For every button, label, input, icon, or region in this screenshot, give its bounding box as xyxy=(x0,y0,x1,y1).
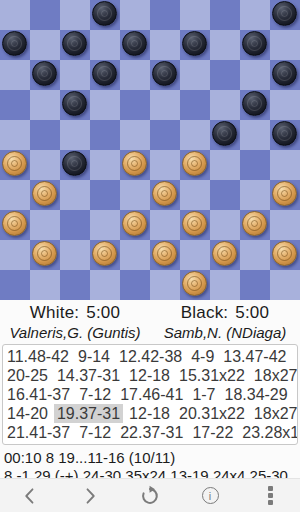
light-square xyxy=(120,0,150,30)
light-square xyxy=(210,210,240,240)
move-token[interactable]: 14.37-31 xyxy=(57,366,120,385)
square-19[interactable] xyxy=(180,90,210,120)
light-square xyxy=(150,150,180,180)
black-clock: 5:00 xyxy=(235,303,269,322)
light-square xyxy=(120,240,150,270)
light-square xyxy=(0,60,30,90)
square-8[interactable] xyxy=(120,30,150,60)
move-token[interactable]: 1-7 xyxy=(192,385,215,404)
move-line: 20-2514.37-3112-1815.31x2218x27 xyxy=(7,366,297,385)
move-token[interactable]: 12-18 xyxy=(129,366,170,385)
next-move-button[interactable] xyxy=(60,479,120,512)
white-man-31[interactable] xyxy=(32,181,57,206)
move-token[interactable]: 18.34-29 xyxy=(225,385,288,404)
move-line: 21.41-377-1222.37-3117-2223.28x17 xyxy=(7,423,297,442)
light-square xyxy=(60,240,90,270)
black-man-24[interactable] xyxy=(212,121,237,146)
move-token[interactable]: 13.47-42 xyxy=(223,347,286,366)
black-player-info: Black:5:00 Samb,N. (NDiaga) xyxy=(150,303,300,341)
square-23[interactable] xyxy=(150,120,180,150)
light-square xyxy=(0,240,30,270)
light-square xyxy=(120,180,150,210)
white-man-41[interactable] xyxy=(32,241,57,266)
light-square xyxy=(0,120,30,150)
black-man-10[interactable] xyxy=(242,31,267,56)
square-28[interactable] xyxy=(120,150,150,180)
white-man-28[interactable] xyxy=(122,151,147,176)
white-man-44[interactable] xyxy=(212,241,237,266)
white-clock-line: White:5:00 xyxy=(0,303,150,323)
black-man-17[interactable] xyxy=(62,91,87,116)
square-13[interactable] xyxy=(150,60,180,90)
square-5[interactable] xyxy=(270,0,300,30)
white-man-36[interactable] xyxy=(2,211,27,236)
info-button[interactable]: i xyxy=(180,479,240,512)
white-man-35[interactable] xyxy=(272,181,297,206)
light-square xyxy=(30,270,60,300)
move-token[interactable]: 17.46-41 xyxy=(120,385,183,404)
black-man-20[interactable] xyxy=(242,91,267,116)
black-man-13[interactable] xyxy=(152,61,177,86)
black-man-2[interactable] xyxy=(92,1,117,26)
square-40[interactable] xyxy=(240,210,270,240)
move-token[interactable]: 9-14 xyxy=(78,347,110,366)
white-label: White: xyxy=(30,303,79,322)
square-2[interactable] xyxy=(90,0,120,30)
light-square xyxy=(120,120,150,150)
light-square xyxy=(30,210,60,240)
square-47[interactable] xyxy=(60,270,90,300)
square-37[interactable] xyxy=(60,210,90,240)
square-48[interactable] xyxy=(120,270,150,300)
move-token[interactable]: 7-12 xyxy=(79,385,111,404)
square-17[interactable] xyxy=(60,90,90,120)
white-man-43[interactable] xyxy=(152,241,177,266)
square-22[interactable] xyxy=(90,120,120,150)
light-square xyxy=(270,150,300,180)
black-player-name: Samb,N. (NDiaga) xyxy=(150,324,300,341)
square-26[interactable] xyxy=(0,150,30,180)
square-14[interactable] xyxy=(210,60,240,90)
square-29[interactable] xyxy=(180,150,210,180)
square-6[interactable] xyxy=(0,30,30,60)
light-square xyxy=(90,30,120,60)
chevron-left-icon xyxy=(20,486,40,506)
move-token[interactable]: 15.31x22 xyxy=(179,366,245,385)
light-square xyxy=(240,0,270,30)
move-token[interactable]: 12-18 xyxy=(129,404,170,423)
light-square xyxy=(240,60,270,90)
light-square xyxy=(180,0,210,30)
light-square xyxy=(270,30,300,60)
overflow-menu-icon xyxy=(268,486,273,505)
light-square xyxy=(210,150,240,180)
white-man-45[interactable] xyxy=(272,241,297,266)
black-man-11[interactable] xyxy=(32,61,57,86)
light-square xyxy=(90,270,120,300)
menu-button[interactable] xyxy=(240,479,300,512)
move-token[interactable]: 12.42-38 xyxy=(119,347,182,366)
square-27[interactable] xyxy=(60,150,90,180)
black-man-5[interactable] xyxy=(272,1,297,26)
light-square xyxy=(180,120,210,150)
square-21[interactable] xyxy=(30,120,60,150)
light-square xyxy=(180,240,210,270)
square-31[interactable] xyxy=(30,180,60,210)
square-16[interactable] xyxy=(0,90,30,120)
white-man-49[interactable] xyxy=(182,271,207,296)
chevron-right-icon xyxy=(80,486,100,506)
light-square xyxy=(150,30,180,60)
move-token[interactable]: 17-22 xyxy=(192,423,233,442)
move-token[interactable]: 4-9 xyxy=(191,347,214,366)
white-man-26[interactable] xyxy=(2,151,27,176)
black-label: Black: xyxy=(181,303,229,322)
square-1[interactable] xyxy=(30,0,60,30)
light-square xyxy=(60,120,90,150)
rotate-icon xyxy=(139,485,161,507)
square-7[interactable] xyxy=(60,30,90,60)
black-man-6[interactable] xyxy=(2,31,27,56)
move-token[interactable]: 22.37-31 xyxy=(120,423,183,442)
light-square xyxy=(240,240,270,270)
square-44[interactable] xyxy=(210,240,240,270)
light-square xyxy=(90,210,120,240)
bottom-toolbar: i xyxy=(0,478,300,512)
white-man-33[interactable] xyxy=(152,181,177,206)
light-square xyxy=(90,90,120,120)
square-41[interactable] xyxy=(30,240,60,270)
square-32[interactable] xyxy=(90,180,120,210)
move-line: 11.48-429-1412.42-384-913.47-42 xyxy=(7,347,297,366)
light-square xyxy=(0,180,30,210)
previous-move-button[interactable] xyxy=(0,479,60,512)
square-35[interactable] xyxy=(270,180,300,210)
square-33[interactable] xyxy=(150,180,180,210)
light-square xyxy=(150,90,180,120)
white-man-39[interactable] xyxy=(182,211,207,236)
square-20[interactable] xyxy=(240,90,270,120)
square-39[interactable] xyxy=(180,210,210,240)
black-man-15[interactable] xyxy=(272,61,297,86)
light-square xyxy=(120,60,150,90)
square-11[interactable] xyxy=(30,60,60,90)
light-square xyxy=(60,60,90,90)
light-square xyxy=(180,180,210,210)
white-player-info: White:5:00 Valneris,G. (Guntis) xyxy=(0,303,150,341)
light-square xyxy=(90,150,120,180)
white-man-38[interactable] xyxy=(122,211,147,236)
move-token[interactable]: 23.28x17 xyxy=(242,423,298,442)
black-man-27[interactable] xyxy=(62,151,87,176)
black-man-7[interactable] xyxy=(62,31,87,56)
light-square xyxy=(30,90,60,120)
black-man-12[interactable] xyxy=(92,61,117,86)
rotate-board-button[interactable] xyxy=(120,479,180,512)
white-man-42[interactable] xyxy=(92,241,117,266)
move-token[interactable]: 7-12 xyxy=(79,423,111,442)
move-token[interactable]: 21.41-37 xyxy=(7,423,70,442)
square-38[interactable] xyxy=(120,210,150,240)
black-man-9[interactable] xyxy=(182,31,207,56)
square-12[interactable] xyxy=(90,60,120,90)
square-34[interactable] xyxy=(210,180,240,210)
light-square xyxy=(150,210,180,240)
move-token[interactable]: 11.48-42 xyxy=(7,347,69,366)
black-man-8[interactable] xyxy=(122,31,147,56)
square-36[interactable] xyxy=(0,210,30,240)
light-square xyxy=(270,270,300,300)
square-49[interactable] xyxy=(180,270,210,300)
move-token[interactable]: 18x27 xyxy=(254,366,298,385)
square-10[interactable] xyxy=(240,30,270,60)
draughts-board[interactable] xyxy=(0,0,300,300)
move-list-panel[interactable]: 11.48-429-1412.42-384-913.47-4220-2514.3… xyxy=(2,344,298,445)
square-45[interactable] xyxy=(270,240,300,270)
light-square xyxy=(240,120,270,150)
square-25[interactable] xyxy=(270,120,300,150)
players-info: White:5:00 Valneris,G. (Guntis) Black:5:… xyxy=(0,300,300,341)
black-man-25[interactable] xyxy=(272,121,297,146)
square-30[interactable] xyxy=(240,150,270,180)
square-4[interactable] xyxy=(210,0,240,30)
light-square xyxy=(150,270,180,300)
light-square xyxy=(0,0,30,30)
light-square xyxy=(210,270,240,300)
move-line: 14-2019.37-3112-1820.31x2218x27 xyxy=(7,404,297,423)
square-46[interactable] xyxy=(0,270,30,300)
light-square xyxy=(270,210,300,240)
light-square xyxy=(30,150,60,180)
move-token[interactable]: 20.31x22 xyxy=(179,404,245,423)
square-9[interactable] xyxy=(180,30,210,60)
square-3[interactable] xyxy=(150,0,180,30)
info-icon: i xyxy=(202,487,219,504)
square-18[interactable] xyxy=(120,90,150,120)
light-square xyxy=(180,60,210,90)
square-24[interactable] xyxy=(210,120,240,150)
light-square xyxy=(30,30,60,60)
light-square xyxy=(270,90,300,120)
square-50[interactable] xyxy=(240,270,270,300)
square-43[interactable] xyxy=(150,240,180,270)
white-player-name: Valneris,G. (Guntis) xyxy=(0,324,150,341)
engine-status-line1: 00:10 8 19...11-16 (10/11) xyxy=(4,449,300,467)
move-token[interactable]: 14-20 xyxy=(7,404,48,423)
black-clock-line: Black:5:00 xyxy=(150,303,300,323)
white-clock: 5:00 xyxy=(86,303,120,322)
move-line: 16.41-377-1217.46-411-718.34-29 xyxy=(7,385,297,404)
move-token[interactable]: 20-25 xyxy=(7,366,48,385)
white-man-40[interactable] xyxy=(242,211,267,236)
light-square xyxy=(210,90,240,120)
light-square xyxy=(240,180,270,210)
white-man-29[interactable] xyxy=(182,151,207,176)
move-token[interactable]: 16.41-37 xyxy=(7,385,70,404)
square-15[interactable] xyxy=(270,60,300,90)
light-square xyxy=(60,180,90,210)
move-token[interactable]: 18x27 xyxy=(254,404,298,423)
light-square xyxy=(60,0,90,30)
light-square xyxy=(210,30,240,60)
square-42[interactable] xyxy=(90,240,120,270)
current-move-token[interactable]: 19.37-31 xyxy=(54,404,123,423)
